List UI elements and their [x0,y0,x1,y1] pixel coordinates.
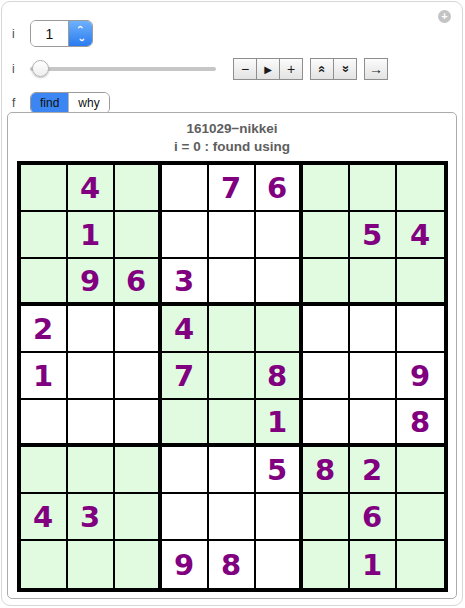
sudoku-cell [209,400,256,447]
sudoku-cell [209,212,256,259]
slider-row: i − ▶ + « « [12,58,454,80]
puzzle-title: 161029−nikkei [8,120,456,138]
sudoku-cell [256,541,303,588]
sudoku-cell [162,400,209,447]
sudoku-cell: 4 [68,165,115,212]
sudoku-cell [397,165,444,212]
sudoku-cell [21,400,68,447]
sudoku-cell [303,212,350,259]
minus-icon: − [241,61,249,77]
stepper-control: 1 ‹ ‹ [30,20,93,47]
sudoku-cell: 8 [209,541,256,588]
sudoku-cell: 9 [68,259,115,306]
why-toggle-button[interactable]: why [68,93,108,113]
sudoku-cell [256,306,303,353]
sudoku-cell [209,259,256,306]
stepper-down-button[interactable]: ‹ [69,34,92,47]
sudoku-cell: 5 [350,212,397,259]
toggle-label: f [12,96,30,110]
sudoku-cell [21,165,68,212]
sudoku-cell [350,306,397,353]
toggle-row: f find why [12,92,454,114]
find-toggle-button[interactable]: find [31,93,68,113]
sudoku-cell [115,353,162,400]
sudoku-cell [68,400,115,447]
sudoku-cell [115,494,162,541]
sudoku-cell [303,259,350,306]
slower-button[interactable]: « [333,58,357,80]
sudoku-cell [350,259,397,306]
sudoku-cell: 9 [397,353,444,400]
sudoku-cell [209,494,256,541]
sudoku-cell: 7 [162,353,209,400]
puzzle-subtitle: i = 0 : found using [8,138,456,156]
sudoku-cell: 3 [162,259,209,306]
sudoku-cell [162,494,209,541]
play-button[interactable]: ▶ [256,58,280,80]
sudoku-cell [303,494,350,541]
stepper-up-button[interactable]: ‹ [69,21,92,34]
sudoku-cell [397,259,444,306]
manipulate-frame: + i 1 ‹ ‹ i [1,1,463,606]
slider-label: i [12,62,30,76]
sudoku-cell: 6 [256,165,303,212]
find-why-toggle: find why [30,92,110,114]
sudoku-cell [397,541,444,588]
faster-button[interactable]: « [310,58,334,80]
play-icon: ▶ [264,64,272,75]
stepper-spinner: ‹ ‹ [68,21,92,46]
sudoku-cell: 4 [21,494,68,541]
sudoku-cell [162,447,209,494]
sudoku-cell: 8 [303,447,350,494]
sudoku-cell [21,212,68,259]
sudoku-cell [115,165,162,212]
sudoku-cell: 8 [397,400,444,447]
sudoku-cell [397,306,444,353]
sudoku-cell [350,400,397,447]
stepper-label: i [12,27,30,41]
sudoku-cell [68,447,115,494]
sudoku-cell: 2 [350,447,397,494]
sudoku-cell [209,306,256,353]
display-panel: 161029−nikkei i = 0 : found using 476154… [7,112,457,599]
sudoku-cell [209,447,256,494]
playback-button-group: − ▶ + [233,58,303,80]
sudoku-grid: 47615496324178918582436981 [17,161,448,592]
direction-button[interactable]: → [364,58,388,80]
sudoku-cell [303,353,350,400]
stepper-row: i 1 ‹ ‹ [12,20,454,47]
direction-button-group: → [364,58,388,80]
sudoku-cell: 3 [68,494,115,541]
sudoku-cell: 6 [350,494,397,541]
sudoku-cell [115,306,162,353]
stepper-value-input[interactable]: 1 [31,21,68,46]
sudoku-cell: 6 [115,259,162,306]
sudoku-cell: 9 [162,541,209,588]
sudoku-cell [68,353,115,400]
right-arrow-icon: → [369,61,383,77]
sudoku-cell [256,259,303,306]
sudoku-cell [115,212,162,259]
sudoku-cell: 4 [162,306,209,353]
slider-control [30,60,216,78]
sudoku-cell: 8 [256,353,303,400]
sudoku-cell [350,353,397,400]
sudoku-cell [21,447,68,494]
sudoku-cell [115,447,162,494]
sudoku-cell [21,259,68,306]
sudoku-cell [68,306,115,353]
sudoku-cell [350,165,397,212]
sudoku-cell [162,212,209,259]
sudoku-cell [397,447,444,494]
sudoku-cell [397,494,444,541]
sudoku-cell [256,494,303,541]
sudoku-cell [303,400,350,447]
sudoku-cell: 1 [350,541,397,588]
sudoku-cell [256,212,303,259]
slider-track[interactable] [30,67,216,71]
sudoku-cell: 1 [68,212,115,259]
sudoku-cell: 1 [256,400,303,447]
sudoku-cell: 4 [397,212,444,259]
sudoku-cell: 1 [21,353,68,400]
sudoku-cell [21,541,68,588]
speed-button-group: « « [310,58,357,80]
manipulate-menu-plus-icon[interactable]: + [438,10,451,23]
slider-thumb[interactable] [32,60,49,77]
controls-area: + i 1 ‹ ‹ i [2,2,462,114]
sudoku-cell [303,306,350,353]
sudoku-cell [115,541,162,588]
plus-icon: + [287,61,295,77]
sudoku-cell [115,400,162,447]
sudoku-cell [162,165,209,212]
plus-button[interactable]: + [279,58,303,80]
sudoku-cell: 2 [21,306,68,353]
sudoku-cell [68,541,115,588]
minus-button[interactable]: − [233,58,257,80]
sudoku-cell: 7 [209,165,256,212]
sudoku-cell [303,541,350,588]
sudoku-cell [209,353,256,400]
sudoku-cell: 5 [256,447,303,494]
sudoku-cell [303,165,350,212]
